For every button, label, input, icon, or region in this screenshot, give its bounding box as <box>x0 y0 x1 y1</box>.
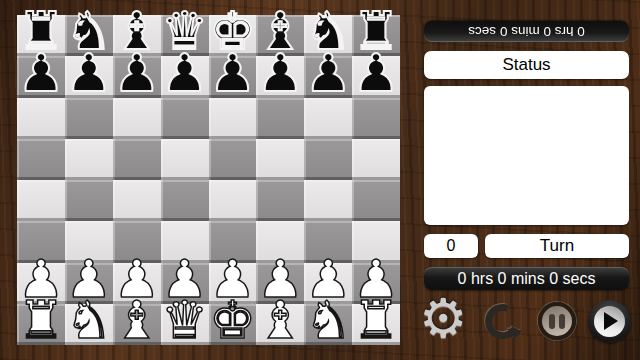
square-c4[interactable] <box>113 180 161 221</box>
turn-box: Turn <box>485 234 629 258</box>
square-b6[interactable] <box>65 98 113 139</box>
square-c6[interactable] <box>113 98 161 139</box>
opponent-clock: 0 hrs 0 mins 0 secs <box>424 21 629 42</box>
square-d5[interactable] <box>161 139 209 180</box>
square-b5[interactable] <box>65 139 113 180</box>
square-b1[interactable]: ♞ <box>65 304 113 345</box>
control-bar: ⚙ <box>419 297 631 345</box>
black-pawn[interactable]: ♟ <box>209 47 256 99</box>
black-pawn[interactable]: ♟ <box>353 47 400 99</box>
status-button: Status <box>424 51 629 79</box>
pause-bar <box>549 314 555 329</box>
square-c7[interactable]: ♟ <box>113 56 161 97</box>
opponent-clock-text: 0 hrs 0 mins 0 secs <box>468 24 584 39</box>
white-bishop[interactable]: ♝ <box>257 294 304 346</box>
black-pawn[interactable]: ♟ <box>113 47 160 99</box>
square-a1[interactable]: ♜ <box>17 304 65 345</box>
white-knight[interactable]: ♞ <box>66 294 113 346</box>
black-pawn[interactable]: ♟ <box>161 47 208 99</box>
square-e4[interactable] <box>209 180 257 221</box>
square-d1[interactable]: ♛ <box>161 304 209 345</box>
square-d7[interactable]: ♟ <box>161 56 209 97</box>
square-d6[interactable] <box>161 98 209 139</box>
pause-bar <box>559 314 565 329</box>
white-king[interactable]: ♚ <box>209 294 256 346</box>
black-pawn[interactable]: ♟ <box>257 47 304 99</box>
pause-icon[interactable] <box>538 302 576 340</box>
square-h4[interactable] <box>352 180 400 221</box>
square-g5[interactable] <box>304 139 352 180</box>
white-queen[interactable]: ♛ <box>161 294 208 346</box>
white-bishop[interactable]: ♝ <box>113 294 160 346</box>
black-pawn[interactable]: ♟ <box>66 47 113 99</box>
square-f6[interactable] <box>256 98 304 139</box>
square-h6[interactable] <box>352 98 400 139</box>
square-h7[interactable]: ♟ <box>352 56 400 97</box>
white-rook[interactable]: ♜ <box>18 294 65 346</box>
square-g4[interactable] <box>304 180 352 221</box>
square-e5[interactable] <box>209 139 257 180</box>
status-label: Status <box>502 55 550 75</box>
white-knight[interactable]: ♞ <box>305 294 352 346</box>
square-a6[interactable] <box>17 98 65 139</box>
square-g7[interactable]: ♟ <box>304 56 352 97</box>
gear-icon[interactable]: ⚙ <box>419 292 467 346</box>
play-icon[interactable] <box>588 300 631 343</box>
square-g6[interactable] <box>304 98 352 139</box>
move-count-box: 0 <box>424 234 478 258</box>
square-a7[interactable]: ♟ <box>17 56 65 97</box>
square-e7[interactable]: ♟ <box>209 56 257 97</box>
play-icon-face <box>594 306 625 337</box>
square-f7[interactable]: ♟ <box>256 56 304 97</box>
square-h5[interactable] <box>352 139 400 180</box>
turn-label: Turn <box>540 236 574 256</box>
rotate-clockwise-icon[interactable] <box>480 298 526 344</box>
square-f1[interactable]: ♝ <box>256 304 304 345</box>
square-e1[interactable]: ♚ <box>209 304 257 345</box>
player-clock-text: 0 hrs 0 mins 0 secs <box>458 270 596 288</box>
move-count: 0 <box>447 237 456 255</box>
square-a5[interactable] <box>17 139 65 180</box>
white-rook[interactable]: ♜ <box>353 294 400 346</box>
black-pawn[interactable]: ♟ <box>305 47 352 99</box>
square-e6[interactable] <box>209 98 257 139</box>
black-pawn[interactable]: ♟ <box>18 47 65 99</box>
square-c5[interactable] <box>113 139 161 180</box>
square-b7[interactable]: ♟ <box>65 56 113 97</box>
chess-app-window: ♜♞♝♛♚♝♞♜♟♟♟♟♟♟♟♟♟♟♟♟♟♟♟♟♜♞♝♛♚♝♞♜ 0 hrs 0… <box>0 0 640 360</box>
square-h1[interactable]: ♜ <box>352 304 400 345</box>
square-f5[interactable] <box>256 139 304 180</box>
square-d4[interactable] <box>161 180 209 221</box>
square-b4[interactable] <box>65 180 113 221</box>
play-triangle <box>604 312 618 330</box>
square-f4[interactable] <box>256 180 304 221</box>
square-c1[interactable]: ♝ <box>113 304 161 345</box>
chess-board: ♜♞♝♛♚♝♞♜♟♟♟♟♟♟♟♟♟♟♟♟♟♟♟♟♜♞♝♛♚♝♞♜ <box>17 15 400 345</box>
square-a4[interactable] <box>17 180 65 221</box>
square-g1[interactable]: ♞ <box>304 304 352 345</box>
status-message-area <box>424 86 629 225</box>
